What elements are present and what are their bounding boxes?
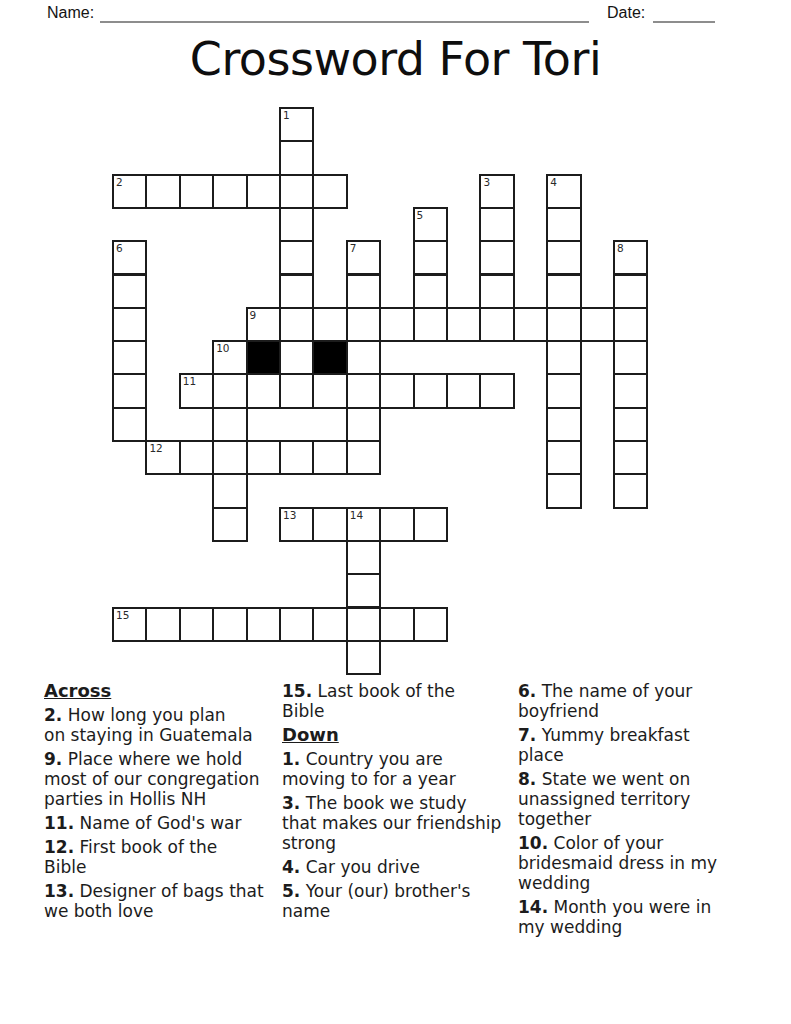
grid-cell[interactable] bbox=[346, 407, 381, 442]
clue-number: 14. bbox=[518, 897, 548, 917]
grid-cell[interactable] bbox=[246, 440, 281, 475]
clue-column-right: 6. The name of yourboyfriend7. Yummy bre… bbox=[518, 681, 746, 941]
cell-number: 12 bbox=[149, 443, 162, 454]
clue-text-line: boyfriend bbox=[518, 701, 746, 721]
clue-number: 1. bbox=[282, 749, 300, 769]
clue-text-line: wedding bbox=[518, 873, 746, 893]
grid-cell[interactable] bbox=[312, 373, 347, 408]
clue-text-line: moving to for a year bbox=[282, 769, 514, 789]
grid-cell[interactable] bbox=[212, 407, 247, 442]
down-heading: Down bbox=[282, 725, 514, 745]
grid-cell[interactable]: 6 bbox=[112, 240, 147, 275]
grid-cell[interactable] bbox=[580, 307, 615, 342]
clue-text-line: Bible bbox=[44, 857, 284, 877]
grid-cell[interactable] bbox=[546, 440, 581, 475]
grid-cell[interactable] bbox=[112, 307, 147, 342]
clue-number: 9. bbox=[44, 749, 62, 769]
cell-number: 10 bbox=[216, 343, 229, 354]
clue-text-line: 15. Last book of the bbox=[282, 681, 514, 701]
grid-cell[interactable] bbox=[479, 373, 514, 408]
grid-cell[interactable] bbox=[546, 207, 581, 242]
clue-number: 15. bbox=[282, 681, 312, 701]
grid-cell[interactable] bbox=[312, 174, 347, 209]
grid-cell[interactable] bbox=[112, 407, 147, 442]
grid-cell[interactable] bbox=[546, 307, 581, 342]
clue-number: 2. bbox=[44, 705, 62, 725]
clue-12-across: 12. First book of theBible bbox=[44, 837, 284, 877]
grid-cell[interactable] bbox=[212, 607, 247, 642]
grid-cell[interactable] bbox=[513, 307, 548, 342]
grid-cell[interactable]: 14 bbox=[346, 507, 381, 542]
clue-text-line: 14. Month you were in bbox=[518, 897, 746, 917]
grid-cell[interactable] bbox=[379, 373, 414, 408]
cell-number: 15 bbox=[116, 610, 129, 621]
grid-cell[interactable] bbox=[379, 607, 414, 642]
grid-cell[interactable] bbox=[145, 607, 180, 642]
clue-number: 6. bbox=[518, 681, 536, 701]
grid-cell[interactable]: 8 bbox=[613, 240, 648, 275]
clue-text-line: 3. The book we study bbox=[282, 793, 514, 813]
grid-cell[interactable] bbox=[479, 274, 514, 309]
clue-text-line: name bbox=[282, 901, 514, 921]
clue-text-line: 8. State we went on bbox=[518, 769, 746, 789]
grid-cell[interactable] bbox=[613, 373, 648, 408]
grid-cell[interactable] bbox=[613, 440, 648, 475]
grid-cell[interactable] bbox=[112, 373, 147, 408]
clue-number: 8. bbox=[518, 769, 536, 789]
clue-number: 4. bbox=[282, 857, 300, 877]
cell-number: 6 bbox=[116, 243, 123, 254]
grid-cell[interactable] bbox=[346, 640, 381, 675]
clue-text-line: we both love bbox=[44, 901, 284, 921]
grid-cell[interactable]: 11 bbox=[179, 373, 214, 408]
grid-cell[interactable] bbox=[479, 240, 514, 275]
clue-text-line: that makes our friendship bbox=[282, 813, 514, 833]
clue-number: 3. bbox=[282, 793, 300, 813]
cell-number: 1 bbox=[283, 110, 290, 121]
clue-15-across: 15. Last book of theBible bbox=[282, 681, 514, 721]
name-label: Name: bbox=[47, 3, 94, 22]
clue-text-line: 7. Yummy breakfast bbox=[518, 725, 746, 745]
date-label: Date: bbox=[607, 3, 645, 22]
clue-8-down: 8. State we went onunassigned territoryt… bbox=[518, 769, 746, 829]
clue-6-down: 6. The name of yourboyfriend bbox=[518, 681, 746, 721]
crossword-grid: 123456789101112131415 bbox=[112, 107, 649, 675]
grid-cell[interactable] bbox=[179, 440, 214, 475]
cell-number: 4 bbox=[550, 177, 557, 188]
grid-cell[interactable]: 9 bbox=[246, 307, 281, 342]
grid-cell[interactable] bbox=[346, 307, 381, 342]
grid-cell[interactable] bbox=[546, 340, 581, 375]
grid-cell[interactable] bbox=[312, 307, 347, 342]
grid-cell[interactable] bbox=[346, 607, 381, 642]
grid-cell[interactable] bbox=[546, 407, 581, 442]
clue-13-across: 13. Designer of bags thatwe both love bbox=[44, 881, 284, 921]
grid-cell[interactable]: 1 bbox=[279, 107, 314, 142]
grid-cell[interactable] bbox=[479, 307, 514, 342]
date-line[interactable] bbox=[653, 2, 715, 23]
clue-text-line: place bbox=[518, 745, 746, 765]
grid-cell[interactable] bbox=[379, 507, 414, 542]
cell-number: 14 bbox=[350, 510, 363, 521]
grid-cell[interactable] bbox=[279, 207, 314, 242]
cell-number: 11 bbox=[183, 376, 196, 387]
clue-text-line: my wedding bbox=[518, 917, 746, 937]
clue-number: 5. bbox=[282, 881, 300, 901]
clue-text-line: 4. Car you drive bbox=[282, 857, 514, 877]
clue-9-across: 9. Place where we holdmost of our congre… bbox=[44, 749, 284, 809]
across-heading: Across bbox=[44, 681, 284, 701]
grid-cell[interactable] bbox=[346, 340, 381, 375]
grid-cell[interactable] bbox=[446, 307, 481, 342]
clue-number: 10. bbox=[518, 833, 548, 853]
grid-cell[interactable]: 3 bbox=[479, 174, 514, 209]
clue-text-line: on staying in Guatemala bbox=[44, 725, 284, 745]
grid-cell[interactable] bbox=[346, 573, 381, 608]
grid-cell[interactable]: 13 bbox=[279, 507, 314, 542]
grid-cell[interactable] bbox=[346, 540, 381, 575]
clue-11-across: 11. Name of God's war bbox=[44, 813, 284, 833]
grid-cell[interactable] bbox=[613, 274, 648, 309]
clue-text-line: 11. Name of God's war bbox=[44, 813, 284, 833]
grid-cell[interactable] bbox=[212, 174, 247, 209]
cell-number: 8 bbox=[617, 243, 624, 254]
clue-text-line: 1. Country you are bbox=[282, 749, 514, 769]
grid-cell[interactable] bbox=[546, 473, 581, 508]
clue-text-line: most of our congregation bbox=[44, 769, 284, 789]
grid-cell[interactable] bbox=[112, 340, 147, 375]
grid-cell[interactable] bbox=[346, 274, 381, 309]
grid-cell[interactable] bbox=[212, 373, 247, 408]
clue-text-line: together bbox=[518, 809, 746, 829]
grid-cell[interactable] bbox=[279, 440, 314, 475]
grid-cell[interactable] bbox=[613, 407, 648, 442]
grid-cell[interactable] bbox=[613, 340, 648, 375]
clue-text-line: 12. First book of the bbox=[44, 837, 284, 857]
clue-text-line: bridesmaid dress in my bbox=[518, 853, 746, 873]
clue-text-line: unassigned territory bbox=[518, 789, 746, 809]
grid-cell[interactable] bbox=[279, 373, 314, 408]
grid-cell[interactable] bbox=[246, 174, 281, 209]
clue-5-down: 5. Your (our) brother'sname bbox=[282, 881, 514, 921]
clue-text-line: 13. Designer of bags that bbox=[44, 881, 284, 901]
cell-number: 3 bbox=[483, 177, 490, 188]
grid-cell[interactable] bbox=[379, 307, 414, 342]
clue-text-line: 6. The name of your bbox=[518, 681, 746, 701]
grid-cell[interactable] bbox=[546, 240, 581, 275]
page-title: Crossword For Tori bbox=[0, 30, 791, 88]
clue-text-line: 5. Your (our) brother's bbox=[282, 881, 514, 901]
grid-cell[interactable] bbox=[212, 507, 247, 542]
grid-cell[interactable] bbox=[246, 607, 281, 642]
clue-number: 13. bbox=[44, 881, 74, 901]
grid-cell[interactable]: 15 bbox=[112, 607, 147, 642]
grid-cell[interactable] bbox=[279, 140, 314, 175]
clue-text-line: 2. How long you plan bbox=[44, 705, 284, 725]
clue-7-down: 7. Yummy breakfastplace bbox=[518, 725, 746, 765]
clue-text-line: parties in Hollis NH bbox=[44, 789, 284, 809]
grid-cell[interactable] bbox=[546, 373, 581, 408]
black-cell bbox=[246, 340, 281, 375]
cell-number: 9 bbox=[250, 310, 257, 321]
grid-cell[interactable] bbox=[312, 607, 347, 642]
grid-cell[interactable] bbox=[479, 207, 514, 242]
grid-cell[interactable] bbox=[212, 440, 247, 475]
grid-cell[interactable] bbox=[279, 240, 314, 275]
grid-cell[interactable] bbox=[279, 340, 314, 375]
grid-cell[interactable] bbox=[446, 373, 481, 408]
clue-1-down: 1. Country you aremoving to for a year bbox=[282, 749, 514, 789]
grid-cell[interactable]: 7 bbox=[346, 240, 381, 275]
grid-cell[interactable] bbox=[312, 507, 347, 542]
clue-number: 7. bbox=[518, 725, 536, 745]
grid-cell[interactable] bbox=[279, 274, 314, 309]
grid-cell[interactable]: 10 bbox=[212, 340, 247, 375]
grid-cell[interactable] bbox=[613, 473, 648, 508]
grid-cell[interactable] bbox=[413, 607, 448, 642]
clue-text-line: 10. Color of your bbox=[518, 833, 746, 853]
name-line[interactable] bbox=[100, 2, 589, 23]
grid-cell[interactable]: 12 bbox=[145, 440, 180, 475]
grid-cell[interactable] bbox=[613, 307, 648, 342]
clue-2-across: 2. How long you planon staying in Guatem… bbox=[44, 705, 284, 745]
grid-cell[interactable] bbox=[346, 440, 381, 475]
grid-cell[interactable] bbox=[279, 174, 314, 209]
grid-cell[interactable] bbox=[413, 507, 448, 542]
grid-cell[interactable] bbox=[413, 307, 448, 342]
grid-cell[interactable]: 5 bbox=[413, 207, 448, 242]
clue-number: 11. bbox=[44, 813, 74, 833]
grid-cell[interactable] bbox=[112, 274, 147, 309]
grid-cell[interactable] bbox=[346, 373, 381, 408]
grid-cell[interactable] bbox=[413, 373, 448, 408]
clue-text-line: Bible bbox=[282, 701, 514, 721]
clue-10-down: 10. Color of yourbridesmaid dress in myw… bbox=[518, 833, 746, 893]
clue-4-down: 4. Car you drive bbox=[282, 857, 514, 877]
clue-text-line: strong bbox=[282, 833, 514, 853]
clue-14-down: 14. Month you were inmy wedding bbox=[518, 897, 746, 937]
cell-number: 2 bbox=[116, 177, 123, 188]
clue-column-middle: 15. Last book of theBibleDown1. Country … bbox=[282, 681, 514, 925]
grid-cell[interactable] bbox=[246, 373, 281, 408]
cell-number: 5 bbox=[417, 210, 424, 221]
grid-cell[interactable] bbox=[212, 473, 247, 508]
clue-3-down: 3. The book we studythat makes our frien… bbox=[282, 793, 514, 853]
grid-cell[interactable] bbox=[413, 274, 448, 309]
grid-cell[interactable]: 4 bbox=[546, 174, 581, 209]
cell-number: 13 bbox=[283, 510, 296, 521]
grid-cell[interactable] bbox=[546, 274, 581, 309]
grid-cell[interactable] bbox=[279, 607, 314, 642]
grid-cell[interactable] bbox=[145, 174, 180, 209]
grid-cell[interactable] bbox=[279, 307, 314, 342]
grid-cell[interactable] bbox=[413, 240, 448, 275]
clue-number: 12. bbox=[44, 837, 74, 857]
cell-number: 7 bbox=[350, 243, 357, 254]
grid-cell[interactable] bbox=[179, 607, 214, 642]
grid-cell[interactable] bbox=[179, 174, 214, 209]
grid-cell[interactable] bbox=[312, 440, 347, 475]
grid-cell[interactable]: 2 bbox=[112, 174, 147, 209]
black-cell bbox=[312, 340, 347, 375]
clue-text-line: 9. Place where we hold bbox=[44, 749, 284, 769]
clue-column-left: Across2. How long you planon staying in … bbox=[44, 681, 284, 925]
